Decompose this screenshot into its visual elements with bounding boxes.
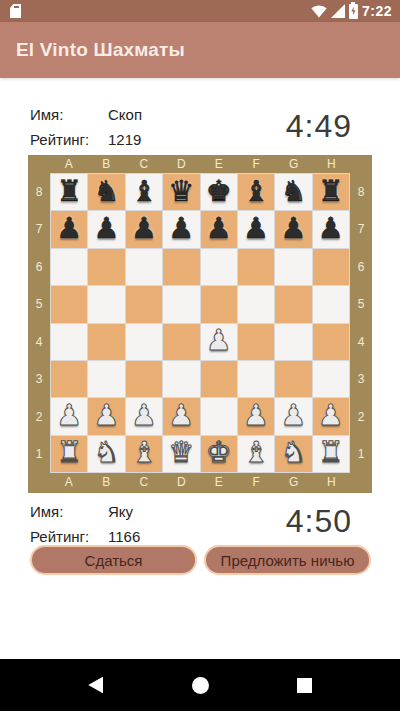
rank-label: 5 xyxy=(350,286,372,324)
square-f5[interactable] xyxy=(238,286,274,322)
square-f4[interactable] xyxy=(238,324,274,360)
white-pawn-piece[interactable]: ♟ xyxy=(318,401,344,430)
recents-icon[interactable] xyxy=(297,678,312,693)
square-e8[interactable]: ♚ xyxy=(201,174,237,210)
square-g6[interactable] xyxy=(275,249,311,285)
rank-label: 4 xyxy=(350,323,372,361)
square-c3[interactable] xyxy=(126,361,162,397)
wifi-icon xyxy=(311,5,327,18)
top-rating-label: Рейтинг: xyxy=(30,127,108,152)
chess-board: ABCDEFGH ABCDEFGH 87654321 87654321 ♜♞♝♛… xyxy=(28,155,372,493)
rank-label: 7 xyxy=(350,211,372,249)
white-bishop-piece[interactable]: ♝ xyxy=(243,438,269,467)
file-label: E xyxy=(200,155,238,173)
square-e4[interactable]: ♟ xyxy=(201,324,237,360)
square-g3[interactable] xyxy=(275,361,311,397)
file-label: C xyxy=(125,473,163,493)
top-name-label: Имя: xyxy=(30,102,108,127)
app-bar: El Vinto Шахматы xyxy=(0,22,400,78)
square-c7[interactable]: ♟ xyxy=(126,211,162,247)
rank-label: 2 xyxy=(28,398,50,436)
black-bishop-piece[interactable]: ♝ xyxy=(131,177,157,206)
square-d6[interactable] xyxy=(163,249,199,285)
square-e1[interactable]: ♚ xyxy=(201,436,237,472)
black-pawn-piece[interactable]: ♟ xyxy=(94,214,120,243)
square-e5[interactable] xyxy=(201,286,237,322)
file-labels-bottom: ABCDEFGH xyxy=(50,473,350,493)
cell-signal-icon xyxy=(331,4,345,18)
square-h4[interactable] xyxy=(313,324,349,360)
square-f7[interactable]: ♟ xyxy=(238,211,274,247)
square-h6[interactable] xyxy=(313,249,349,285)
file-label: A xyxy=(50,155,88,173)
square-g8[interactable]: ♞ xyxy=(275,174,311,210)
file-labels-top: ABCDEFGH xyxy=(50,155,350,173)
status-time: 7:22 xyxy=(362,3,392,19)
square-f6[interactable] xyxy=(238,249,274,285)
rank-label: 6 xyxy=(28,248,50,286)
file-label: D xyxy=(163,155,201,173)
square-a1[interactable]: ♜ xyxy=(51,436,87,472)
android-nav-bar xyxy=(0,659,400,711)
file-label: H xyxy=(313,155,351,173)
square-c6[interactable] xyxy=(126,249,162,285)
square-d1[interactable]: ♛ xyxy=(163,436,199,472)
file-label: A xyxy=(50,473,88,493)
white-pawn-piece[interactable]: ♟ xyxy=(280,401,306,430)
file-label: H xyxy=(313,473,351,493)
square-c5[interactable] xyxy=(126,286,162,322)
square-d2[interactable]: ♟ xyxy=(163,398,199,434)
square-d3[interactable] xyxy=(163,361,199,397)
square-b1[interactable]: ♞ xyxy=(88,436,124,472)
square-d7[interactable]: ♟ xyxy=(163,211,199,247)
white-knight-piece[interactable]: ♞ xyxy=(94,438,120,467)
black-rook-piece[interactable]: ♜ xyxy=(56,177,82,206)
battery-charging-icon xyxy=(349,4,358,19)
square-b6[interactable] xyxy=(88,249,124,285)
square-h7[interactable]: ♟ xyxy=(313,211,349,247)
file-label: E xyxy=(200,473,238,493)
file-label: B xyxy=(88,473,126,493)
white-rook-piece[interactable]: ♜ xyxy=(56,438,82,467)
file-label: B xyxy=(88,155,126,173)
bottom-player-clock: 4:50 xyxy=(286,503,352,540)
square-b5[interactable] xyxy=(88,286,124,322)
square-a2[interactable]: ♟ xyxy=(51,398,87,434)
black-pawn-piece[interactable]: ♟ xyxy=(318,214,344,243)
square-h8[interactable]: ♜ xyxy=(313,174,349,210)
white-rook-piece[interactable]: ♜ xyxy=(318,438,344,467)
status-bar: 7:22 xyxy=(0,0,400,22)
rank-labels-right: 87654321 xyxy=(350,173,372,473)
black-knight-piece[interactable]: ♞ xyxy=(280,177,306,206)
square-g4[interactable] xyxy=(275,324,311,360)
square-e2[interactable] xyxy=(201,398,237,434)
square-f2[interactable]: ♟ xyxy=(238,398,274,434)
home-icon[interactable] xyxy=(192,677,209,694)
black-pawn-piece[interactable]: ♟ xyxy=(131,214,157,243)
top-player-name: Скоп xyxy=(108,102,142,127)
square-b8[interactable]: ♞ xyxy=(88,174,124,210)
square-c8[interactable]: ♝ xyxy=(126,174,162,210)
square-h3[interactable] xyxy=(313,361,349,397)
rank-label: 2 xyxy=(350,398,372,436)
square-e7[interactable]: ♟ xyxy=(201,211,237,247)
square-a8[interactable]: ♜ xyxy=(51,174,87,210)
top-player-rating: 1219 xyxy=(108,127,141,152)
rank-label: 4 xyxy=(28,323,50,361)
square-g5[interactable] xyxy=(275,286,311,322)
square-c1[interactable]: ♝ xyxy=(126,436,162,472)
white-pawn-piece[interactable]: ♟ xyxy=(94,401,120,430)
square-b7[interactable]: ♟ xyxy=(88,211,124,247)
black-pawn-piece[interactable]: ♟ xyxy=(243,214,269,243)
file-label: G xyxy=(275,155,313,173)
black-bishop-piece[interactable]: ♝ xyxy=(243,177,269,206)
black-pawn-piece[interactable]: ♟ xyxy=(168,214,194,243)
file-label: C xyxy=(125,155,163,173)
square-b4[interactable] xyxy=(88,324,124,360)
white-pawn-piece[interactable]: ♟ xyxy=(56,401,82,430)
square-a5[interactable] xyxy=(51,286,87,322)
rank-label: 7 xyxy=(28,211,50,249)
white-pawn-piece[interactable]: ♟ xyxy=(131,401,157,430)
white-bishop-piece[interactable]: ♝ xyxy=(131,438,157,467)
square-c4[interactable] xyxy=(126,324,162,360)
square-d4[interactable] xyxy=(163,324,199,360)
file-label: F xyxy=(238,473,276,493)
square-c2[interactable]: ♟ xyxy=(126,398,162,434)
file-label: G xyxy=(275,473,313,493)
file-label: D xyxy=(163,473,201,493)
square-e3[interactable] xyxy=(201,361,237,397)
square-b3[interactable] xyxy=(88,361,124,397)
black-king-piece[interactable]: ♚ xyxy=(206,177,232,206)
rank-label: 3 xyxy=(28,361,50,399)
square-d5[interactable] xyxy=(163,286,199,322)
rank-label: 8 xyxy=(350,173,372,211)
square-a6[interactable] xyxy=(51,249,87,285)
black-pawn-piece[interactable]: ♟ xyxy=(56,214,82,243)
square-a3[interactable] xyxy=(51,361,87,397)
sd-card-icon xyxy=(10,4,21,18)
top-player-clock: 4:49 xyxy=(286,108,352,145)
rank-label: 5 xyxy=(28,286,50,324)
file-label: F xyxy=(238,155,276,173)
rank-label: 1 xyxy=(28,436,50,474)
rank-labels-left: 87654321 xyxy=(28,173,50,473)
square-d8[interactable]: ♛ xyxy=(163,174,199,210)
square-a7[interactable]: ♟ xyxy=(51,211,87,247)
action-buttons: Сдаться Предложить ничью xyxy=(30,545,371,575)
black-rook-piece[interactable]: ♜ xyxy=(318,177,344,206)
black-pawn-piece[interactable]: ♟ xyxy=(280,214,306,243)
bottom-player-name: Яку xyxy=(108,499,133,524)
black-queen-piece[interactable]: ♛ xyxy=(168,177,194,206)
white-king-piece[interactable]: ♚ xyxy=(206,438,232,467)
square-b2[interactable]: ♟ xyxy=(88,398,124,434)
square-h1[interactable]: ♜ xyxy=(313,436,349,472)
bottom-name-label: Имя: xyxy=(30,499,108,524)
square-f8[interactable]: ♝ xyxy=(238,174,274,210)
rank-label: 1 xyxy=(350,436,372,474)
square-a4[interactable] xyxy=(51,324,87,360)
white-pawn-piece[interactable]: ♟ xyxy=(168,401,194,430)
board-squares: ♜♞♝♛♚♝♞♜♟♟♟♟♟♟♟♟♟♟♟♟♟♟♟♟♜♞♝♛♚♝♞♜ xyxy=(50,173,350,473)
square-f1[interactable]: ♝ xyxy=(238,436,274,472)
white-knight-piece[interactable]: ♞ xyxy=(280,438,306,467)
square-g2[interactable]: ♟ xyxy=(275,398,311,434)
back-icon[interactable] xyxy=(88,677,103,694)
offer-draw-button[interactable]: Предложить ничью xyxy=(204,545,371,575)
white-pawn-piece[interactable]: ♟ xyxy=(243,401,269,430)
black-pawn-piece[interactable]: ♟ xyxy=(206,214,232,243)
square-g7[interactable]: ♟ xyxy=(275,211,311,247)
resign-button[interactable]: Сдаться xyxy=(30,545,197,575)
square-h2[interactable]: ♟ xyxy=(313,398,349,434)
rank-label: 8 xyxy=(28,173,50,211)
white-queen-piece[interactable]: ♛ xyxy=(168,438,194,467)
square-f3[interactable] xyxy=(238,361,274,397)
square-g1[interactable]: ♞ xyxy=(275,436,311,472)
white-pawn-piece[interactable]: ♟ xyxy=(206,326,232,355)
app-window: 7:22 El Vinto Шахматы Имя: Скоп Рейтинг:… xyxy=(0,0,400,711)
black-knight-piece[interactable]: ♞ xyxy=(94,177,120,206)
square-e6[interactable] xyxy=(201,249,237,285)
rank-label: 6 xyxy=(350,248,372,286)
app-title: El Vinto Шахматы xyxy=(16,39,185,61)
rank-label: 3 xyxy=(350,361,372,399)
square-h5[interactable] xyxy=(313,286,349,322)
